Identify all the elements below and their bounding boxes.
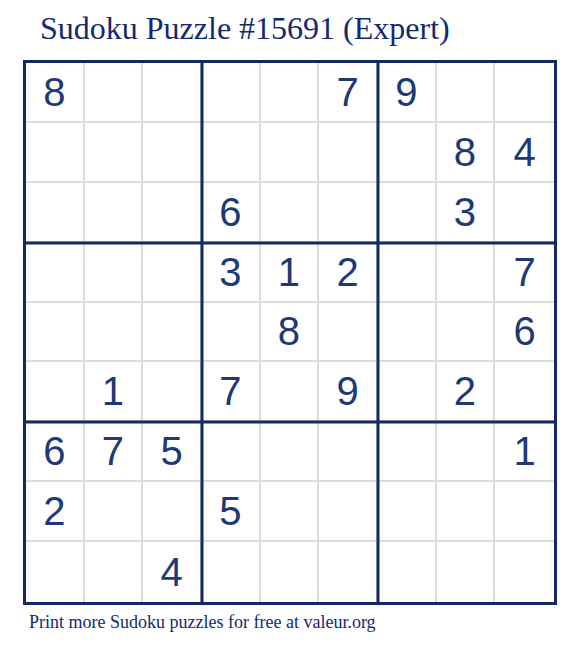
cell-r2c9[interactable]: 4: [495, 123, 554, 183]
cell-r6c8[interactable]: 2: [437, 362, 496, 422]
cell-r2c8[interactable]: 8: [437, 123, 496, 183]
cell-r8c7[interactable]: [378, 482, 437, 542]
cell-r9c2[interactable]: [85, 542, 144, 602]
cell-r1c5[interactable]: [261, 63, 320, 123]
cell-r6c9[interactable]: [495, 362, 554, 422]
cell-r5c6[interactable]: [319, 303, 378, 363]
cell-r3c6[interactable]: [319, 183, 378, 243]
cell-r1c3[interactable]: [143, 63, 202, 123]
cell-r5c4[interactable]: [202, 303, 261, 363]
box-divider-horizontal-2: [26, 421, 554, 424]
cell-r5c3[interactable]: [143, 303, 202, 363]
cell-r8c8[interactable]: [437, 482, 496, 542]
sudoku-board: 879846331278617926751254: [23, 60, 557, 605]
cell-r2c5[interactable]: [261, 123, 320, 183]
cell-r3c7[interactable]: [378, 183, 437, 243]
cell-r7c4[interactable]: [202, 422, 261, 482]
cell-r2c7[interactable]: [378, 123, 437, 183]
cell-r4c2[interactable]: [85, 243, 144, 303]
cell-r4c4[interactable]: 3: [202, 243, 261, 303]
cell-r9c6[interactable]: [319, 542, 378, 602]
cell-r7c7[interactable]: [378, 422, 437, 482]
cell-r1c9[interactable]: [495, 63, 554, 123]
cell-r6c3[interactable]: [143, 362, 202, 422]
cell-r4c8[interactable]: [437, 243, 496, 303]
cell-r3c1[interactable]: [26, 183, 85, 243]
cell-r9c7[interactable]: [378, 542, 437, 602]
cell-r9c4[interactable]: [202, 542, 261, 602]
cell-r1c7[interactable]: 9: [378, 63, 437, 123]
cell-r8c3[interactable]: [143, 482, 202, 542]
cell-r3c9[interactable]: [495, 183, 554, 243]
cell-r6c4[interactable]: 7: [202, 362, 261, 422]
box-divider-vertical-2: [377, 63, 380, 602]
cell-r6c2[interactable]: 1: [85, 362, 144, 422]
cell-r1c4[interactable]: [202, 63, 261, 123]
cell-r6c6[interactable]: 9: [319, 362, 378, 422]
cell-r7c6[interactable]: [319, 422, 378, 482]
cell-r8c9[interactable]: [495, 482, 554, 542]
cell-r3c3[interactable]: [143, 183, 202, 243]
cell-r4c3[interactable]: [143, 243, 202, 303]
cell-r8c6[interactable]: [319, 482, 378, 542]
cell-r7c9[interactable]: 1: [495, 422, 554, 482]
cell-r8c2[interactable]: [85, 482, 144, 542]
cell-r9c5[interactable]: [261, 542, 320, 602]
cell-r7c1[interactable]: 6: [26, 422, 85, 482]
cell-r8c1[interactable]: 2: [26, 482, 85, 542]
cell-r3c8[interactable]: 3: [437, 183, 496, 243]
cell-r1c1[interactable]: 8: [26, 63, 85, 123]
cell-r1c2[interactable]: [85, 63, 144, 123]
cell-r4c7[interactable]: [378, 243, 437, 303]
cell-r7c2[interactable]: 7: [85, 422, 144, 482]
cell-r2c4[interactable]: [202, 123, 261, 183]
cell-r1c6[interactable]: 7: [319, 63, 378, 123]
cell-r1c8[interactable]: [437, 63, 496, 123]
cell-r5c1[interactable]: [26, 303, 85, 363]
cell-r2c6[interactable]: [319, 123, 378, 183]
cell-r5c7[interactable]: [378, 303, 437, 363]
cell-r5c5[interactable]: 8: [261, 303, 320, 363]
cell-r5c8[interactable]: [437, 303, 496, 363]
cell-r4c9[interactable]: 7: [495, 243, 554, 303]
cell-r5c9[interactable]: 6: [495, 303, 554, 363]
cell-r3c2[interactable]: [85, 183, 144, 243]
cell-r4c1[interactable]: [26, 243, 85, 303]
cell-r7c3[interactable]: 5: [143, 422, 202, 482]
cell-r4c5[interactable]: 1: [261, 243, 320, 303]
cell-r3c5[interactable]: [261, 183, 320, 243]
cell-r2c1[interactable]: [26, 123, 85, 183]
cell-r6c1[interactable]: [26, 362, 85, 422]
cell-r9c8[interactable]: [437, 542, 496, 602]
box-divider-horizontal-1: [26, 241, 554, 244]
cell-r7c8[interactable]: [437, 422, 496, 482]
cell-r2c2[interactable]: [85, 123, 144, 183]
cell-r3c4[interactable]: 6: [202, 183, 261, 243]
cell-r9c3[interactable]: 4: [143, 542, 202, 602]
cell-r2c3[interactable]: [143, 123, 202, 183]
cell-r5c2[interactable]: [85, 303, 144, 363]
cell-r8c5[interactable]: [261, 482, 320, 542]
cell-r9c9[interactable]: [495, 542, 554, 602]
box-divider-vertical-1: [200, 63, 203, 602]
cell-r8c4[interactable]: 5: [202, 482, 261, 542]
page-title: Sudoku Puzzle #15691 (Expert): [40, 10, 450, 47]
footer-text: Print more Sudoku puzzles for free at va…: [29, 612, 376, 633]
cell-r6c5[interactable]: [261, 362, 320, 422]
cell-r9c1[interactable]: [26, 542, 85, 602]
cell-r7c5[interactable]: [261, 422, 320, 482]
cell-r4c6[interactable]: 2: [319, 243, 378, 303]
cell-r6c7[interactable]: [378, 362, 437, 422]
